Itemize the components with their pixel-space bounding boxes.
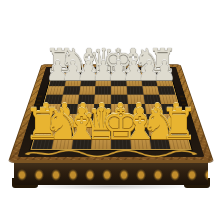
- square-b6[interactable]: [63, 86, 80, 95]
- square-g6[interactable]: [142, 86, 159, 95]
- chess-set-photo: ♜♞♝♛♚♝♞♜♟♟♟♟♟♟♟♟♟♟♟♟♟♟♟♟♜♞♝♛♚♝♞♜: [0, 0, 222, 222]
- box-front-panel: [14, 160, 208, 185]
- square-d6[interactable]: [95, 86, 111, 95]
- piece-gold-rook[interactable]: ♜: [160, 102, 199, 145]
- scroll-carving-icon: [23, 150, 198, 157]
- square-e6[interactable]: [111, 86, 127, 95]
- square-h6[interactable]: [158, 86, 176, 95]
- square-c6[interactable]: [79, 86, 96, 95]
- square-f6[interactable]: [127, 86, 144, 95]
- piece-silver-pawn[interactable]: ♟: [152, 57, 176, 84]
